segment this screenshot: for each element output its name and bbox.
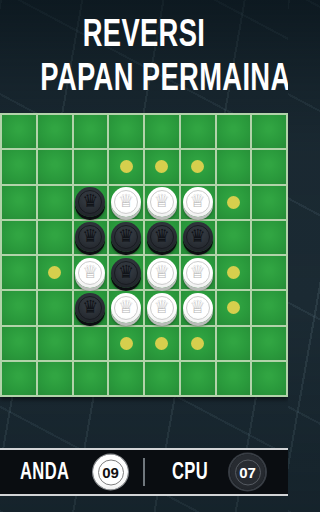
cell-f2[interactable] <box>181 150 215 183</box>
crown-icon: ♛ <box>82 221 98 251</box>
white-disc: ♕ <box>147 258 177 288</box>
crown-icon: ♛ <box>154 221 170 251</box>
valid-move-dot[interactable] <box>191 160 204 173</box>
black-disc: ♛ <box>75 187 105 217</box>
cell-e6: ♕ <box>145 291 179 324</box>
cell-d8 <box>109 362 143 395</box>
cell-g8 <box>217 362 251 395</box>
cell-c3: ♛ <box>74 186 108 219</box>
cell-h6 <box>252 291 286 324</box>
cell-e5: ♕ <box>145 256 179 289</box>
cell-d4: ♛ <box>109 221 143 254</box>
valid-move-dot[interactable] <box>227 266 240 279</box>
cell-g6[interactable] <box>217 291 251 324</box>
black-disc: ♛ <box>75 293 105 323</box>
cpu-score-badge: 07 <box>230 455 265 490</box>
player-score-value: 09 <box>98 459 124 485</box>
crown-icon: ♛ <box>118 257 134 287</box>
white-disc: ♕ <box>147 293 177 323</box>
crown-icon: ♕ <box>190 186 206 216</box>
cell-a7 <box>2 327 36 360</box>
black-disc: ♛ <box>75 222 105 252</box>
valid-move-dot[interactable] <box>191 337 204 350</box>
cell-e4: ♛ <box>145 221 179 254</box>
cell-g5[interactable] <box>217 256 251 289</box>
cell-h3 <box>252 186 286 219</box>
cell-a2 <box>2 150 36 183</box>
white-disc: ♕ <box>183 258 213 288</box>
cell-h5 <box>252 256 286 289</box>
black-disc: ♛ <box>111 258 141 288</box>
cell-f6: ♕ <box>181 291 215 324</box>
black-disc: ♛ <box>183 222 213 252</box>
cell-h8 <box>252 362 286 395</box>
cell-b4 <box>38 221 72 254</box>
cell-a5 <box>2 256 36 289</box>
crown-icon: ♛ <box>190 221 206 251</box>
cell-g4 <box>217 221 251 254</box>
cell-c7 <box>74 327 108 360</box>
cell-e8 <box>145 362 179 395</box>
cell-d5: ♛ <box>109 256 143 289</box>
cell-c8 <box>74 362 108 395</box>
black-disc: ♛ <box>111 222 141 252</box>
cell-b8 <box>38 362 72 395</box>
cell-d2[interactable] <box>109 150 143 183</box>
cell-b5[interactable] <box>38 256 72 289</box>
cell-b2 <box>38 150 72 183</box>
white-disc: ♕ <box>75 258 105 288</box>
cell-g3[interactable] <box>217 186 251 219</box>
cpu-label: CPU <box>172 458 208 485</box>
player-score-badge: 09 <box>93 455 128 490</box>
cell-a3 <box>2 186 36 219</box>
crown-icon: ♛ <box>118 221 134 251</box>
cell-c6: ♛ <box>74 291 108 324</box>
crown-icon: ♕ <box>154 292 170 322</box>
cell-e7[interactable] <box>145 327 179 360</box>
cell-g7 <box>217 327 251 360</box>
crown-icon: ♕ <box>190 292 206 322</box>
cell-c4: ♛ <box>74 221 108 254</box>
crown-icon: ♛ <box>82 292 98 322</box>
cell-a1 <box>2 115 36 148</box>
cell-b6 <box>38 291 72 324</box>
cell-f8 <box>181 362 215 395</box>
cell-f7[interactable] <box>181 327 215 360</box>
player-label: ANDA <box>20 458 69 485</box>
cell-d1 <box>109 115 143 148</box>
cell-c5: ♕ <box>74 256 108 289</box>
crown-icon: ♕ <box>154 257 170 287</box>
valid-move-dot[interactable] <box>155 160 168 173</box>
page-title: PAPAN PERMAINAN <box>40 58 247 96</box>
valid-move-dot[interactable] <box>120 160 133 173</box>
cell-f5: ♕ <box>181 256 215 289</box>
cell-e3: ♕ <box>145 186 179 219</box>
cpu-score-value: 07 <box>235 459 261 485</box>
crown-icon: ♕ <box>154 186 170 216</box>
cell-g2 <box>217 150 251 183</box>
cell-b1 <box>38 115 72 148</box>
black-disc: ♛ <box>147 222 177 252</box>
white-disc: ♕ <box>183 293 213 323</box>
cell-h2 <box>252 150 286 183</box>
crown-icon: ♕ <box>118 186 134 216</box>
cell-c1 <box>74 115 108 148</box>
header: REVERSI PAPAN PERMAINAN <box>0 14 288 96</box>
cell-a4 <box>2 221 36 254</box>
app-title: REVERSI <box>40 14 247 52</box>
cell-h4 <box>252 221 286 254</box>
cell-b3 <box>38 186 72 219</box>
cell-h1 <box>252 115 286 148</box>
reversi-board: ♛♕♕♕♛♛♛♛♕♛♕♕♛♕♕♕ <box>0 113 288 397</box>
white-disc: ♕ <box>111 293 141 323</box>
valid-move-dot[interactable] <box>48 266 61 279</box>
score-divider <box>143 458 145 486</box>
crown-icon: ♕ <box>118 292 134 322</box>
cell-d3: ♕ <box>109 186 143 219</box>
cell-f4: ♛ <box>181 221 215 254</box>
cell-b7 <box>38 327 72 360</box>
cell-e2[interactable] <box>145 150 179 183</box>
board-scorebar-gap <box>0 397 288 448</box>
valid-move-dot[interactable] <box>227 196 240 209</box>
crown-icon: ♕ <box>82 257 98 287</box>
cell-d7[interactable] <box>109 327 143 360</box>
cell-f3: ♕ <box>181 186 215 219</box>
cell-c2 <box>74 150 108 183</box>
valid-move-dot[interactable] <box>227 301 240 314</box>
cell-f1 <box>181 115 215 148</box>
score-bar: ANDA 09 CPU 07 <box>0 448 288 496</box>
cell-g1 <box>217 115 251 148</box>
valid-move-dot[interactable] <box>155 337 168 350</box>
valid-move-dot[interactable] <box>120 337 133 350</box>
cell-d6: ♕ <box>109 291 143 324</box>
white-disc: ♕ <box>147 187 177 217</box>
cell-a8 <box>2 362 36 395</box>
crown-icon: ♕ <box>190 257 206 287</box>
cell-h7 <box>252 327 286 360</box>
cell-e1 <box>145 115 179 148</box>
crown-icon: ♛ <box>82 186 98 216</box>
white-disc: ♕ <box>111 187 141 217</box>
cell-a6 <box>2 291 36 324</box>
white-disc: ♕ <box>183 187 213 217</box>
